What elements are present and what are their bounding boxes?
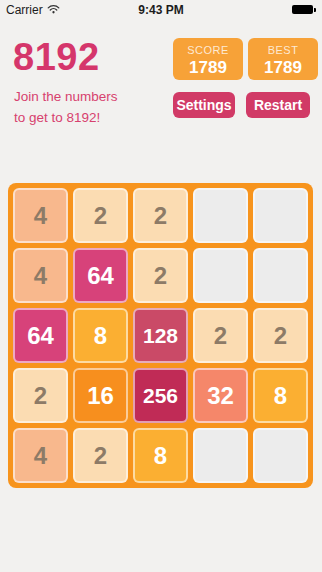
tile-16: 16: [73, 368, 128, 423]
tile-2: 2: [133, 248, 188, 303]
score-label: SCORE: [173, 44, 243, 56]
page-title: 8192: [13, 36, 100, 79]
cell-empty: [193, 188, 248, 243]
tile-64: 64: [73, 248, 128, 303]
tile-2: 2: [253, 308, 308, 363]
tile-2: 2: [13, 368, 68, 423]
game-board[interactable]: 422464264812822216256328428: [8, 183, 313, 488]
tile-4: 4: [13, 248, 68, 303]
subtitle-line-2: to get to 8192!: [14, 107, 118, 128]
tile-256: 256: [133, 368, 188, 423]
tile-8: 8: [133, 428, 188, 483]
tile-64: 64: [13, 308, 68, 363]
battery-icon: [292, 5, 316, 14]
tile-8: 8: [73, 308, 128, 363]
best-value: 1789: [248, 58, 318, 78]
clock: 9:43 PM: [0, 3, 322, 17]
score-box: SCORE 1789: [173, 38, 243, 80]
tile-128: 128: [133, 308, 188, 363]
tile-8: 8: [253, 368, 308, 423]
tile-4: 4: [13, 188, 68, 243]
tile-2: 2: [193, 308, 248, 363]
subtitle: Join the numbers to get to 8192!: [14, 86, 118, 128]
tile-2: 2: [133, 188, 188, 243]
cell-empty: [193, 428, 248, 483]
cell-empty: [193, 248, 248, 303]
cell-empty: [253, 248, 308, 303]
settings-button[interactable]: Settings: [173, 92, 235, 118]
best-label: BEST: [248, 44, 318, 56]
tile-4: 4: [13, 428, 68, 483]
status-bar: Carrier 9:43 PM: [0, 0, 322, 20]
subtitle-line-1: Join the numbers: [14, 86, 118, 107]
restart-button[interactable]: Restart: [246, 92, 310, 118]
score-value: 1789: [173, 58, 243, 78]
best-box: BEST 1789: [248, 38, 318, 80]
cell-empty: [253, 428, 308, 483]
tile-2: 2: [73, 188, 128, 243]
cell-empty: [253, 188, 308, 243]
tile-2: 2: [73, 428, 128, 483]
tile-32: 32: [193, 368, 248, 423]
